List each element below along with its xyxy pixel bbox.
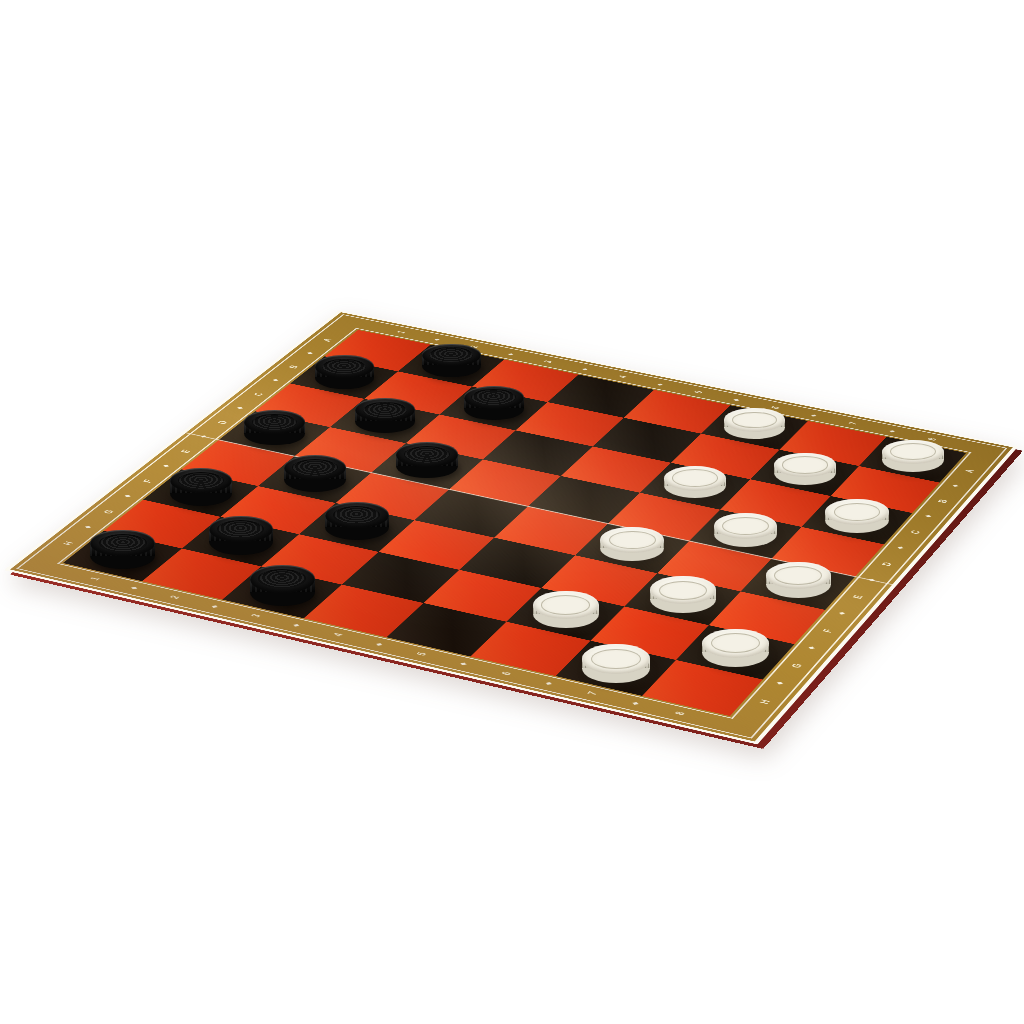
- checker-top-face: [882, 440, 944, 464]
- black-checker-r3c3[interactable]: [325, 502, 388, 540]
- checkers-photo-scene: HGFEDCBA HGFEDCBA 12345678 12345678: [0, 0, 1024, 1024]
- white-checker-r6c6[interactable]: [664, 466, 726, 499]
- checker-top-face: [766, 562, 831, 589]
- checker-top-face: [825, 499, 888, 525]
- black-checker-r1c5[interactable]: [244, 410, 305, 445]
- checker-top-face: [702, 629, 769, 658]
- checker-top-face: [724, 408, 785, 432]
- white-checker-r6c2[interactable]: [533, 591, 599, 628]
- checker-top-face: [650, 576, 716, 604]
- black-checker-r1c7[interactable]: [315, 355, 374, 388]
- checker-top-face: [209, 516, 273, 542]
- black-checker-r3c1[interactable]: [250, 565, 315, 606]
- pieces-layer: [0, 0, 1024, 1024]
- white-checker-r6c8[interactable]: [724, 408, 785, 439]
- checker-top-face: [664, 466, 726, 491]
- checker-top-face: [714, 513, 778, 539]
- black-checker-r2c2[interactable]: [209, 516, 273, 555]
- checker-top-face: [422, 344, 481, 366]
- white-checker-r6c4[interactable]: [600, 527, 664, 562]
- checker-top-face: [244, 410, 305, 434]
- checker-top-face: [600, 527, 664, 554]
- white-checker-r7c1[interactable]: [582, 644, 650, 683]
- white-checker-r8c2[interactable]: [702, 629, 769, 667]
- white-checker-r8c8[interactable]: [882, 440, 944, 472]
- black-checker-r1c1[interactable]: [90, 530, 154, 570]
- checker-top-face: [315, 355, 374, 378]
- checker-top-face: [464, 386, 524, 409]
- white-checker-r8c6[interactable]: [825, 499, 888, 533]
- checker-top-face: [325, 502, 388, 528]
- black-checker-r2c8[interactable]: [422, 344, 481, 377]
- checker-top-face: [90, 530, 154, 557]
- white-checker-r7c3[interactable]: [650, 576, 716, 612]
- checker-top-face: [582, 644, 650, 673]
- checker-top-face: [250, 565, 315, 593]
- white-checker-r8c4[interactable]: [766, 562, 831, 598]
- black-checker-r2c4[interactable]: [284, 455, 346, 492]
- checker-top-face: [396, 442, 458, 467]
- white-checker-r7c5[interactable]: [714, 513, 778, 547]
- black-checker-r2c6[interactable]: [355, 398, 415, 433]
- checker-top-face: [774, 453, 836, 478]
- black-checker-r3c7[interactable]: [464, 386, 524, 420]
- checker-top-face: [284, 455, 346, 480]
- black-checker-r3c5[interactable]: [396, 442, 458, 478]
- black-checker-r1c3[interactable]: [170, 468, 233, 505]
- white-checker-r7c7[interactable]: [774, 453, 836, 485]
